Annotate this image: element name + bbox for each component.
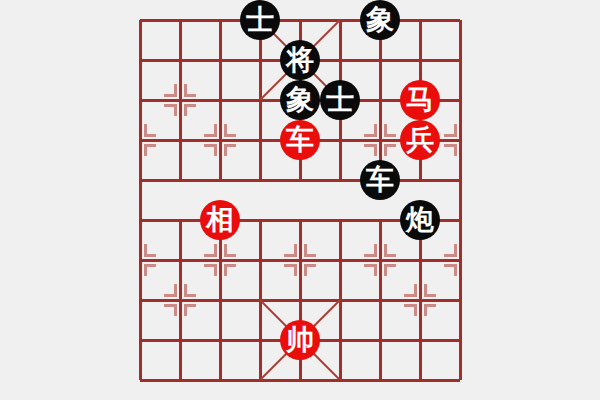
black-cannon[interactable]: 炮 [400,200,440,240]
black-chariot[interactable]: 车 [360,160,400,200]
black-advisor-2[interactable]: 士 [320,80,360,120]
black-elephant-1[interactable]: 象 [360,0,400,40]
red-soldier[interactable]: 兵 [400,120,440,160]
red-chariot[interactable]: 车 [280,120,320,160]
xiangqi-board: 士象将象士马车兵车相炮帅 [0,0,600,400]
pieces-layer: 士象将象士马车兵车相炮帅 [120,0,480,400]
red-general[interactable]: 帅 [280,320,320,360]
red-horse[interactable]: 马 [400,80,440,120]
black-advisor-1[interactable]: 士 [240,0,280,40]
black-elephant-2[interactable]: 象 [280,80,320,120]
red-elephant[interactable]: 相 [200,200,240,240]
black-general[interactable]: 将 [280,40,320,80]
